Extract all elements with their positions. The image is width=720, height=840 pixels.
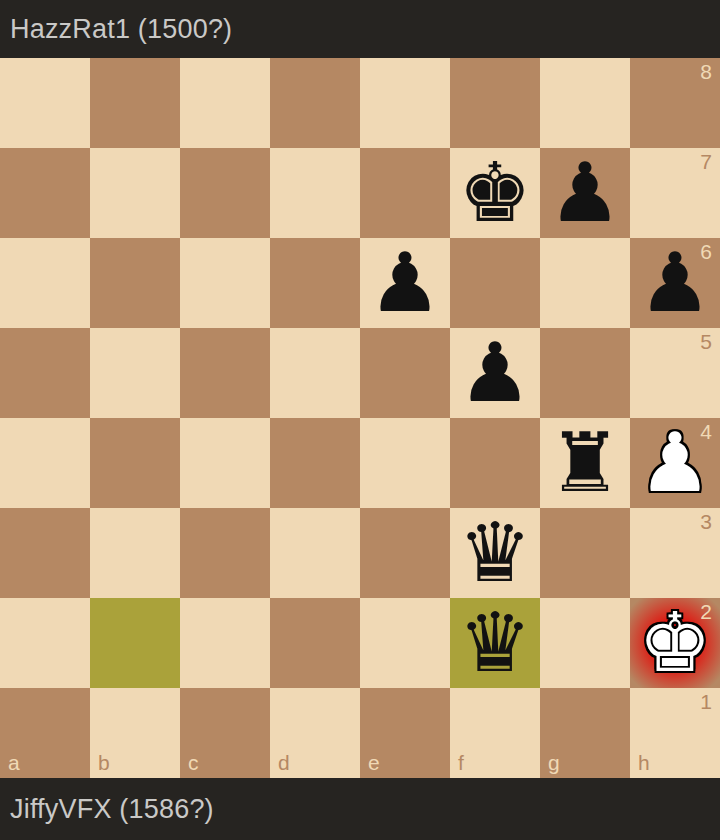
square-e1[interactable]: e	[360, 688, 450, 778]
piece-black-queen[interactable]: ♛	[450, 508, 540, 598]
player-name-rating: JiffyVFX (1586?)	[10, 794, 214, 825]
square-b8[interactable]	[90, 58, 180, 148]
coord-rank-8: 8	[700, 61, 712, 82]
square-h5[interactable]: 5	[630, 328, 720, 418]
square-h4[interactable]: ♟4	[630, 418, 720, 508]
square-g1[interactable]: g	[540, 688, 630, 778]
square-a3[interactable]	[0, 508, 90, 598]
piece-white-pawn[interactable]: ♟	[630, 418, 720, 508]
square-h8[interactable]: 8	[630, 58, 720, 148]
square-f5[interactable]: ♟	[450, 328, 540, 418]
coord-rank-7: 7	[700, 151, 712, 172]
square-g3[interactable]	[540, 508, 630, 598]
square-h7[interactable]: 7	[630, 148, 720, 238]
player-bar: JiffyVFX (1586?)	[0, 778, 720, 840]
coord-file-c: c	[188, 752, 199, 773]
square-d4[interactable]	[270, 418, 360, 508]
square-c4[interactable]	[180, 418, 270, 508]
square-b5[interactable]	[90, 328, 180, 418]
square-f1[interactable]: f	[450, 688, 540, 778]
square-a2[interactable]	[0, 598, 90, 688]
square-c1[interactable]: c	[180, 688, 270, 778]
square-d8[interactable]	[270, 58, 360, 148]
coord-file-f: f	[458, 752, 464, 773]
square-b4[interactable]	[90, 418, 180, 508]
square-d6[interactable]	[270, 238, 360, 328]
square-h6[interactable]: ♟6	[630, 238, 720, 328]
square-b2[interactable]	[90, 598, 180, 688]
square-c7[interactable]	[180, 148, 270, 238]
square-c3[interactable]	[180, 508, 270, 598]
square-h2[interactable]: ♚2	[630, 598, 720, 688]
square-h3[interactable]: 3	[630, 508, 720, 598]
square-b6[interactable]	[90, 238, 180, 328]
square-a4[interactable]	[0, 418, 90, 508]
square-c8[interactable]	[180, 58, 270, 148]
coord-rank-5: 5	[700, 331, 712, 352]
square-g2[interactable]	[540, 598, 630, 688]
square-e8[interactable]	[360, 58, 450, 148]
square-d3[interactable]	[270, 508, 360, 598]
square-g8[interactable]	[540, 58, 630, 148]
piece-white-king[interactable]: ♚	[630, 598, 720, 688]
square-d7[interactable]	[270, 148, 360, 238]
square-f7[interactable]: ♚	[450, 148, 540, 238]
opponent-bar: HazzRat1 (1500?)	[0, 0, 720, 58]
piece-black-queen[interactable]: ♛	[450, 598, 540, 688]
coord-rank-3: 3	[700, 511, 712, 532]
square-c5[interactable]	[180, 328, 270, 418]
square-c2[interactable]	[180, 598, 270, 688]
coord-file-h: h	[638, 752, 650, 773]
coord-file-a: a	[8, 752, 20, 773]
square-g6[interactable]	[540, 238, 630, 328]
coord-file-g: g	[548, 752, 560, 773]
square-a5[interactable]	[0, 328, 90, 418]
square-e4[interactable]	[360, 418, 450, 508]
square-f2[interactable]: ♛	[450, 598, 540, 688]
coord-file-d: d	[278, 752, 290, 773]
square-f6[interactable]	[450, 238, 540, 328]
square-d5[interactable]	[270, 328, 360, 418]
square-b3[interactable]	[90, 508, 180, 598]
square-e3[interactable]	[360, 508, 450, 598]
coord-file-b: b	[98, 752, 110, 773]
square-d1[interactable]: d	[270, 688, 360, 778]
square-b7[interactable]	[90, 148, 180, 238]
square-h1[interactable]: h1	[630, 688, 720, 778]
square-f3[interactable]: ♛	[450, 508, 540, 598]
coord-rank-1: 1	[700, 691, 712, 712]
square-f4[interactable]	[450, 418, 540, 508]
piece-black-pawn[interactable]: ♟	[360, 238, 450, 328]
square-c6[interactable]	[180, 238, 270, 328]
square-e2[interactable]	[360, 598, 450, 688]
square-d2[interactable]	[270, 598, 360, 688]
piece-black-king[interactable]: ♚	[450, 148, 540, 238]
piece-black-rook[interactable]: ♜	[540, 418, 630, 508]
square-g4[interactable]: ♜	[540, 418, 630, 508]
square-e6[interactable]: ♟	[360, 238, 450, 328]
square-a1[interactable]: a	[0, 688, 90, 778]
chess-board: 8♚♟7♟♟6♟5♜♟4♛3♛♚2abcdefgh1	[0, 58, 720, 778]
square-g5[interactable]	[540, 328, 630, 418]
square-e7[interactable]	[360, 148, 450, 238]
opponent-name-rating: HazzRat1 (1500?)	[10, 14, 232, 45]
piece-black-pawn[interactable]: ♟	[630, 238, 720, 328]
piece-black-pawn[interactable]: ♟	[450, 328, 540, 418]
square-a6[interactable]	[0, 238, 90, 328]
square-a8[interactable]	[0, 58, 90, 148]
square-e5[interactable]	[360, 328, 450, 418]
piece-black-pawn[interactable]: ♟	[540, 148, 630, 238]
square-b1[interactable]: b	[90, 688, 180, 778]
coord-file-e: e	[368, 752, 380, 773]
square-a7[interactable]	[0, 148, 90, 238]
square-g7[interactable]: ♟	[540, 148, 630, 238]
square-f8[interactable]	[450, 58, 540, 148]
